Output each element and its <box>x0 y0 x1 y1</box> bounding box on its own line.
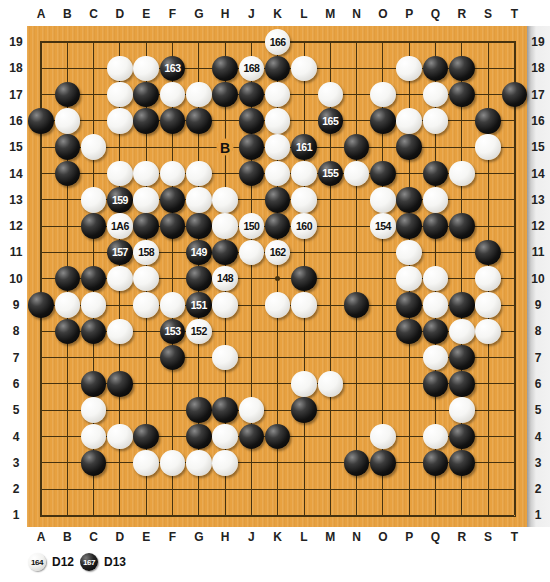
move-number: 149 <box>191 247 207 258</box>
stone-D14 <box>107 161 133 187</box>
stone-H9 <box>212 292 238 318</box>
stone-O17 <box>370 82 396 108</box>
coordinate-label-bottom: S <box>484 530 492 544</box>
coordinate-label-bottom: O <box>378 530 387 544</box>
coordinate-label-top: R <box>457 7 466 21</box>
stone-P12 <box>396 213 422 239</box>
stone-K9 <box>265 292 291 318</box>
coordinate-label-top: Q <box>431 7 440 21</box>
move-number: 160 <box>296 221 312 232</box>
coordinate-label-left: 11 <box>10 245 23 259</box>
stone-B9 <box>55 292 81 318</box>
stone-G5 <box>186 397 212 423</box>
move-number: 159 <box>112 195 128 206</box>
stone-O12: 154 <box>370 213 396 239</box>
coordinate-label-left: 13 <box>9 193 22 207</box>
stone-O13 <box>370 187 396 213</box>
stone-G14 <box>186 161 212 187</box>
stone-G3 <box>186 450 212 476</box>
stone-C9 <box>81 292 107 318</box>
stone-J12: 150 <box>239 213 265 239</box>
stone-L18 <box>291 56 317 82</box>
move-number: 158 <box>138 247 154 258</box>
stone-G4 <box>186 424 212 450</box>
coordinate-label-bottom: A <box>37 530 46 544</box>
stone-D18 <box>107 56 133 82</box>
stone-E18 <box>133 56 159 82</box>
coordinate-label-left: 4 <box>13 430 20 444</box>
move-number: 157 <box>112 247 128 258</box>
stone-E14 <box>133 161 159 187</box>
stone-Q9 <box>423 292 449 318</box>
stone-L14 <box>291 161 317 187</box>
coordinate-label-right: 2 <box>535 482 542 496</box>
caption-stone: 164 <box>28 553 46 571</box>
stone-R5 <box>449 397 475 423</box>
caption-move-number: 164 <box>31 558 43 567</box>
stone-D12: 1A6 <box>107 213 133 239</box>
coordinate-label-right: 9 <box>535 298 542 312</box>
coordinate-label-left: 14 <box>9 167 22 181</box>
stone-E11: 158 <box>133 240 159 266</box>
caption-point-text: D12 <box>52 555 74 569</box>
stone-L5 <box>291 397 317 423</box>
stone-D4 <box>107 424 133 450</box>
move-number: 1A6 <box>111 221 129 232</box>
move-number: 155 <box>322 168 338 179</box>
stone-S11 <box>475 240 501 266</box>
stone-Q16 <box>423 108 449 134</box>
stone-H7 <box>212 345 238 371</box>
move-number: 153 <box>164 326 180 337</box>
stone-G8: 152 <box>186 319 212 345</box>
stone-F9 <box>160 292 186 318</box>
coordinate-label-left: 8 <box>13 324 20 338</box>
move-number: 168 <box>243 63 259 74</box>
caption-move-number: 167 <box>83 558 95 567</box>
coordinate-label-top: J <box>248 7 255 21</box>
stone-G13 <box>186 187 212 213</box>
stone-D8 <box>107 319 133 345</box>
stone-C12 <box>81 213 107 239</box>
stone-K13 <box>265 187 291 213</box>
stone-N9 <box>344 292 370 318</box>
move-number: 152 <box>191 326 207 337</box>
stone-O3 <box>370 450 396 476</box>
stone-O16 <box>370 108 396 134</box>
coordinate-label-bottom: J <box>248 530 255 544</box>
stone-L13 <box>291 187 317 213</box>
stone-E3 <box>133 450 159 476</box>
stone-R12 <box>449 213 475 239</box>
coordinate-label-right: 13 <box>531 193 544 207</box>
coordinate-label-right: 16 <box>531 114 544 128</box>
stone-R4 <box>449 424 475 450</box>
stone-E16 <box>133 108 159 134</box>
coordinate-label-left: 2 <box>13 482 20 496</box>
coordinate-label-left: 16 <box>9 114 22 128</box>
stone-D17 <box>107 82 133 108</box>
stone-F3 <box>160 450 186 476</box>
coordinate-label-right: 1 <box>535 508 542 522</box>
coordinate-label-right: 19 <box>531 35 544 49</box>
stone-P15 <box>396 134 422 160</box>
coordinate-label-right: 6 <box>535 377 542 391</box>
coordinate-label-right: 14 <box>531 167 544 181</box>
stone-F13 <box>160 187 186 213</box>
coordinate-label-top: F <box>169 7 176 21</box>
stone-D11: 157 <box>107 240 133 266</box>
stone-C13 <box>81 187 107 213</box>
stone-H13 <box>212 187 238 213</box>
stone-K16 <box>265 108 291 134</box>
coordinate-label-right: 7 <box>535 351 542 365</box>
coordinate-label-left: 17 <box>9 88 22 102</box>
stone-D16 <box>107 108 133 134</box>
coordinate-label-left: 10 <box>9 272 22 286</box>
coordinate-label-top: S <box>484 7 492 21</box>
coordinate-label-left: 1 <box>13 508 20 522</box>
coordinate-label-bottom: K <box>273 530 282 544</box>
stone-M16: 165 <box>318 108 344 134</box>
stone-G17 <box>186 82 212 108</box>
stone-R8 <box>449 319 475 345</box>
stone-Q6 <box>423 371 449 397</box>
stone-F16 <box>160 108 186 134</box>
stone-C6 <box>81 371 107 397</box>
coordinate-label-top: K <box>273 7 282 21</box>
caption-point-text: D13 <box>104 555 126 569</box>
stone-E4 <box>133 424 159 450</box>
move-number: 165 <box>322 116 338 127</box>
stone-P9 <box>396 292 422 318</box>
coordinate-label-bottom: D <box>116 530 125 544</box>
move-number: 151 <box>191 300 207 311</box>
coordinate-label-top: N <box>352 7 361 21</box>
stone-O4 <box>370 424 396 450</box>
stone-L9 <box>291 292 317 318</box>
move-number: 161 <box>296 142 312 153</box>
coordinate-label-bottom: P <box>405 530 413 544</box>
stone-B8 <box>55 319 81 345</box>
stone-D13: 159 <box>107 187 133 213</box>
coordinate-label-top: G <box>194 7 203 21</box>
stone-H3 <box>212 450 238 476</box>
coordinate-label-bottom: E <box>142 530 150 544</box>
stone-G11: 149 <box>186 240 212 266</box>
coordinate-label-bottom: M <box>325 530 335 544</box>
coordinate-label-bottom: C <box>89 530 98 544</box>
stone-J18: 168 <box>239 56 265 82</box>
caption: 164D12167D13 <box>28 553 126 571</box>
stone-P11 <box>396 240 422 266</box>
move-number: 154 <box>375 221 391 232</box>
stone-H18 <box>212 56 238 82</box>
stone-F12 <box>160 213 186 239</box>
stone-S9 <box>475 292 501 318</box>
coordinate-label-right: 12 <box>531 219 544 233</box>
stone-P18 <box>396 56 422 82</box>
stone-R9 <box>449 292 475 318</box>
stone-B15 <box>55 134 81 160</box>
coordinate-label-right: 5 <box>535 403 542 417</box>
coordinate-label-top: A <box>37 7 46 21</box>
stone-H12 <box>212 213 238 239</box>
stone-G10 <box>186 266 212 292</box>
stone-A9 <box>28 292 54 318</box>
stone-Q13 <box>423 187 449 213</box>
stone-A16 <box>28 108 54 134</box>
stone-G16 <box>186 108 212 134</box>
coordinate-label-right: 15 <box>531 140 544 154</box>
move-number: 163 <box>164 63 180 74</box>
coordinate-label-right: 8 <box>535 324 542 338</box>
stone-S8 <box>475 319 501 345</box>
stone-S16 <box>475 108 501 134</box>
coordinate-label-right: 18 <box>531 61 544 75</box>
coordinate-label-left: 9 <box>13 298 20 312</box>
coordinate-label-bottom: N <box>352 530 361 544</box>
go-diagram: AABBCCDDEEFFGGHHJJKKLLMMNNOOPPQQRRSSTT19… <box>0 0 550 582</box>
stone-G12 <box>186 213 212 239</box>
stone-Q3 <box>423 450 449 476</box>
coordinate-label-top: H <box>221 7 230 21</box>
coordinate-label-bottom: B <box>63 530 72 544</box>
move-number: 150 <box>243 221 259 232</box>
coordinate-label-left: 6 <box>13 377 20 391</box>
stone-D6 <box>107 371 133 397</box>
stone-H11 <box>212 240 238 266</box>
stone-H4 <box>212 424 238 450</box>
stone-R17 <box>449 82 475 108</box>
stone-G9: 151 <box>186 292 212 318</box>
coordinate-label-bottom: R <box>457 530 466 544</box>
stone-R6 <box>449 371 475 397</box>
coordinate-label-top: O <box>378 7 387 21</box>
coordinate-label-right: 10 <box>531 272 544 286</box>
stone-M6 <box>318 371 344 397</box>
coordinate-label-bottom: Q <box>431 530 440 544</box>
stone-B16 <box>55 108 81 134</box>
stone-Q12 <box>423 213 449 239</box>
stone-R3 <box>449 450 475 476</box>
coordinate-label-bottom: L <box>300 530 307 544</box>
stone-L15: 161 <box>291 134 317 160</box>
stone-E13 <box>133 187 159 213</box>
stone-R14 <box>449 161 475 187</box>
coordinate-label-right: 11 <box>532 245 545 259</box>
stone-J5 <box>239 397 265 423</box>
stone-H5 <box>212 397 238 423</box>
stone-C3 <box>81 450 107 476</box>
coordinate-label-left: 3 <box>13 456 20 470</box>
stone-J15 <box>239 134 265 160</box>
coordinate-label-right: 4 <box>535 430 542 444</box>
coordinate-label-left: 19 <box>9 35 22 49</box>
coordinate-label-right: 3 <box>535 456 542 470</box>
stone-P16 <box>396 108 422 134</box>
stone-L12: 160 <box>291 213 317 239</box>
move-number: 162 <box>270 247 286 258</box>
coordinate-label-top: L <box>300 7 307 21</box>
stone-S15 <box>475 134 501 160</box>
coordinate-label-bottom: F <box>169 530 176 544</box>
stone-D10 <box>107 266 133 292</box>
coordinate-label-left: 5 <box>13 403 20 417</box>
stone-L6 <box>291 371 317 397</box>
stone-N3 <box>344 450 370 476</box>
coordinate-label-bottom: T <box>511 530 518 544</box>
coordinate-label-top: P <box>405 7 413 21</box>
stone-K19: 166 <box>265 29 291 55</box>
coordinate-label-top: E <box>142 7 150 21</box>
coordinate-label-left: 18 <box>9 61 22 75</box>
stone-P8 <box>396 319 422 345</box>
stone-E12 <box>133 213 159 239</box>
coordinate-label-top: T <box>511 7 518 21</box>
stone-E9 <box>133 292 159 318</box>
move-number: 148 <box>217 273 233 284</box>
stone-H17 <box>212 82 238 108</box>
coordinate-label-left: 7 <box>13 351 20 365</box>
stone-J16 <box>239 108 265 134</box>
stone-R18 <box>449 56 475 82</box>
coordinate-label-bottom: H <box>221 530 230 544</box>
coordinate-label-left: 15 <box>9 140 22 154</box>
coordinate-label-top: M <box>325 7 335 21</box>
stone-O14 <box>370 161 396 187</box>
coordinate-label-bottom: G <box>194 530 203 544</box>
coordinate-label-top: D <box>116 7 125 21</box>
point-marker-B: B <box>217 139 234 156</box>
coordinate-label-top: C <box>89 7 98 21</box>
caption-stone: 167 <box>80 553 98 571</box>
stone-L10 <box>291 266 317 292</box>
stone-R7 <box>449 345 475 371</box>
coordinate-label-right: 17 <box>531 88 544 102</box>
coordinate-label-left: 12 <box>9 219 22 233</box>
coordinate-label-top: B <box>63 7 72 21</box>
move-number: 166 <box>270 37 286 48</box>
stone-P13 <box>396 187 422 213</box>
